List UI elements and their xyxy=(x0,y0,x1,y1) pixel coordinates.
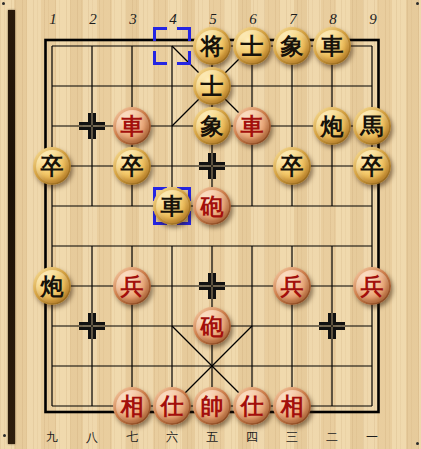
piece-glyph: 車 xyxy=(313,27,351,65)
piece-red-soldier-9-6[interactable]: 兵 xyxy=(353,267,391,305)
file-label-top-8: 8 xyxy=(322,11,344,28)
piece-black-horse-9-2[interactable]: 馬 xyxy=(353,107,391,145)
piece-black-chariot-4-4[interactable]: 車 xyxy=(153,187,191,225)
piece-red-cannon-5-7[interactable]: 砲 xyxy=(193,307,231,345)
file-label-top-4: 4 xyxy=(162,11,184,28)
file-label-bottom-5: 五 xyxy=(201,429,223,446)
piece-glyph: 士 xyxy=(233,27,271,65)
file-label-bottom-9: 一 xyxy=(361,429,383,446)
piece-glyph: 卒 xyxy=(113,147,151,185)
piece-glyph: 士 xyxy=(193,67,231,105)
piece-black-soldier-3-3[interactable]: 卒 xyxy=(113,147,151,185)
piece-glyph: 炮 xyxy=(33,267,71,305)
piece-black-soldier-9-3[interactable]: 卒 xyxy=(353,147,391,185)
piece-glyph: 炮 xyxy=(313,107,351,145)
piece-red-advisor-4-9[interactable]: 仕 xyxy=(153,387,191,425)
file-label-top-7: 7 xyxy=(282,11,304,28)
piece-glyph: 車 xyxy=(113,107,151,145)
piece-red-soldier-7-6[interactable]: 兵 xyxy=(273,267,311,305)
piece-glyph: 将 xyxy=(193,27,231,65)
piece-red-soldier-3-6[interactable]: 兵 xyxy=(113,267,151,305)
point-marker-8-7 xyxy=(319,313,345,339)
piece-black-cannon-8-2[interactable]: 炮 xyxy=(313,107,351,145)
xiangqi-board: 123456789 九八七六五四三二一 将士象車士車象車炮馬卒卒卒卒車砲炮兵兵兵… xyxy=(0,0,421,449)
file-label-top-3: 3 xyxy=(122,11,144,28)
piece-glyph: 帥 xyxy=(193,387,231,425)
piece-black-advisor-5-1[interactable]: 士 xyxy=(193,67,231,105)
piece-black-chariot-8-0[interactable]: 車 xyxy=(313,27,351,65)
piece-black-soldier-7-3[interactable]: 卒 xyxy=(273,147,311,185)
file-label-top-1: 1 xyxy=(42,11,64,28)
piece-red-elephant-7-9[interactable]: 相 xyxy=(273,387,311,425)
piece-red-advisor-6-9[interactable]: 仕 xyxy=(233,387,271,425)
piece-glyph: 砲 xyxy=(193,307,231,345)
piece-black-general-5-0[interactable]: 将 xyxy=(193,27,231,65)
file-label-top-5: 5 xyxy=(202,11,224,28)
piece-black-soldier-1-3[interactable]: 卒 xyxy=(33,147,71,185)
piece-glyph: 馬 xyxy=(353,107,391,145)
piece-glyph: 兵 xyxy=(113,267,151,305)
point-marker-5-6 xyxy=(199,273,225,299)
piece-glyph: 象 xyxy=(273,27,311,65)
point-marker-5-3 xyxy=(199,153,225,179)
piece-glyph: 車 xyxy=(153,187,191,225)
file-label-top-2: 2 xyxy=(82,11,104,28)
file-label-top-9: 9 xyxy=(362,11,384,28)
point-marker-2-2 xyxy=(79,113,105,139)
piece-glyph: 兵 xyxy=(273,267,311,305)
piece-black-elephant-5-2[interactable]: 象 xyxy=(193,107,231,145)
piece-black-cannon-1-6[interactable]: 炮 xyxy=(33,267,71,305)
piece-red-cannon-5-4[interactable]: 砲 xyxy=(193,187,231,225)
piece-glyph: 車 xyxy=(233,107,271,145)
file-label-bottom-7: 三 xyxy=(281,429,303,446)
piece-red-elephant-3-9[interactable]: 相 xyxy=(113,387,151,425)
piece-glyph: 相 xyxy=(113,387,151,425)
file-label-bottom-1: 九 xyxy=(41,429,63,446)
piece-glyph: 卒 xyxy=(353,147,391,185)
piece-glyph: 象 xyxy=(193,107,231,145)
piece-black-advisor-6-0[interactable]: 士 xyxy=(233,27,271,65)
file-label-bottom-4: 六 xyxy=(161,429,183,446)
file-label-bottom-6: 四 xyxy=(241,429,263,446)
piece-glyph: 仕 xyxy=(153,387,191,425)
piece-glyph: 卒 xyxy=(273,147,311,185)
file-label-top-6: 6 xyxy=(242,11,264,28)
file-label-bottom-2: 八 xyxy=(81,429,103,446)
file-label-bottom-3: 七 xyxy=(121,429,143,446)
point-marker-2-7 xyxy=(79,313,105,339)
piece-black-elephant-7-0[interactable]: 象 xyxy=(273,27,311,65)
file-label-bottom-8: 二 xyxy=(321,429,343,446)
piece-glyph: 仕 xyxy=(233,387,271,425)
piece-glyph: 卒 xyxy=(33,147,71,185)
piece-red-king-5-9[interactable]: 帥 xyxy=(193,387,231,425)
piece-red-chariot-3-2[interactable]: 車 xyxy=(113,107,151,145)
piece-glyph: 兵 xyxy=(353,267,391,305)
last-move-marker-from xyxy=(153,27,191,65)
piece-red-chariot-6-2[interactable]: 車 xyxy=(233,107,271,145)
piece-glyph: 砲 xyxy=(193,187,231,225)
piece-glyph: 相 xyxy=(273,387,311,425)
